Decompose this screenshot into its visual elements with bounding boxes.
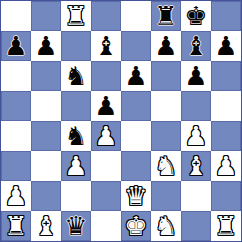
- square-g8[interactable]: ♚: [181, 1, 211, 31]
- square-g4[interactable]: ♟: [181, 121, 211, 151]
- square-b7[interactable]: ♟: [31, 31, 61, 61]
- square-h3[interactable]: ♟: [211, 151, 241, 181]
- square-f5[interactable]: [151, 91, 181, 121]
- square-e7[interactable]: [121, 31, 151, 61]
- square-b5[interactable]: [31, 91, 61, 121]
- piece-white-pawn[interactable]: ♟: [214, 151, 237, 181]
- square-a2[interactable]: ♟: [1, 181, 31, 211]
- square-d8[interactable]: [91, 1, 121, 31]
- piece-white-king[interactable]: ♚: [124, 211, 147, 241]
- piece-black-knight[interactable]: ♞: [64, 121, 87, 151]
- square-h5[interactable]: [211, 91, 241, 121]
- square-b4[interactable]: [31, 121, 61, 151]
- square-g5[interactable]: [181, 91, 211, 121]
- piece-white-pawn[interactable]: ♟: [94, 121, 117, 151]
- square-c4[interactable]: ♞: [61, 121, 91, 151]
- square-f4[interactable]: [151, 121, 181, 151]
- square-b6[interactable]: [31, 61, 61, 91]
- square-a3[interactable]: [1, 151, 31, 181]
- square-b8[interactable]: [31, 1, 61, 31]
- piece-white-pawn[interactable]: ♟: [4, 181, 27, 211]
- square-g2[interactable]: [181, 181, 211, 211]
- square-c2[interactable]: [61, 181, 91, 211]
- square-b1[interactable]: ♝: [31, 211, 61, 241]
- piece-black-pawn[interactable]: ♟: [154, 31, 177, 61]
- square-h6[interactable]: [211, 61, 241, 91]
- square-c3[interactable]: ♟: [61, 151, 91, 181]
- square-a8[interactable]: [1, 1, 31, 31]
- square-a6[interactable]: [1, 61, 31, 91]
- piece-white-pawn[interactable]: ♟: [184, 121, 207, 151]
- square-c8[interactable]: ♜: [61, 1, 91, 31]
- square-f1[interactable]: ♞: [151, 211, 181, 241]
- square-e3[interactable]: [121, 151, 151, 181]
- square-a1[interactable]: ♜: [1, 211, 31, 241]
- piece-white-rook[interactable]: ♜: [4, 211, 27, 241]
- piece-black-pawn[interactable]: ♟: [184, 61, 207, 91]
- piece-white-rook[interactable]: ♜: [214, 211, 237, 241]
- piece-white-knight[interactable]: ♞: [154, 211, 177, 241]
- piece-black-knight[interactable]: ♞: [64, 61, 87, 91]
- square-f6[interactable]: [151, 61, 181, 91]
- square-f7[interactable]: ♟: [151, 31, 181, 61]
- piece-black-pawn[interactable]: ♟: [34, 31, 57, 61]
- square-d2[interactable]: [91, 181, 121, 211]
- piece-white-bishop[interactable]: ♝: [184, 151, 207, 181]
- square-e4[interactable]: [121, 121, 151, 151]
- square-h1[interactable]: ♜: [211, 211, 241, 241]
- square-e1[interactable]: ♚: [121, 211, 151, 241]
- square-f3[interactable]: ♞: [151, 151, 181, 181]
- square-c7[interactable]: [61, 31, 91, 61]
- square-h4[interactable]: [211, 121, 241, 151]
- chess-board: ♜♜♚♟♟♝♟♝♟♞♟♟♟♞♟♟♟♞♝♟♟♛♜♝♛♚♞♜: [0, 0, 242, 242]
- square-a5[interactable]: [1, 91, 31, 121]
- piece-white-queen[interactable]: ♛: [124, 181, 147, 211]
- square-g6[interactable]: ♟: [181, 61, 211, 91]
- square-a4[interactable]: [1, 121, 31, 151]
- piece-black-pawn[interactable]: ♟: [4, 31, 27, 61]
- square-c5[interactable]: [61, 91, 91, 121]
- square-e6[interactable]: ♟: [121, 61, 151, 91]
- piece-black-pawn[interactable]: ♟: [94, 91, 117, 121]
- square-g3[interactable]: ♝: [181, 151, 211, 181]
- square-d1[interactable]: [91, 211, 121, 241]
- square-g7[interactable]: ♝: [181, 31, 211, 61]
- square-c1[interactable]: ♛: [61, 211, 91, 241]
- square-e5[interactable]: [121, 91, 151, 121]
- square-h8[interactable]: [211, 1, 241, 31]
- square-e2[interactable]: ♛: [121, 181, 151, 211]
- piece-black-queen[interactable]: ♛: [64, 211, 87, 241]
- square-d7[interactable]: ♝: [91, 31, 121, 61]
- square-f8[interactable]: ♜: [151, 1, 181, 31]
- square-h2[interactable]: [211, 181, 241, 211]
- square-a7[interactable]: ♟: [1, 31, 31, 61]
- piece-white-pawn[interactable]: ♟: [64, 151, 87, 181]
- square-d4[interactable]: ♟: [91, 121, 121, 151]
- square-d6[interactable]: [91, 61, 121, 91]
- square-g1[interactable]: [181, 211, 211, 241]
- piece-black-pawn[interactable]: ♟: [124, 61, 147, 91]
- square-c6[interactable]: ♞: [61, 61, 91, 91]
- square-d3[interactable]: [91, 151, 121, 181]
- piece-black-rook[interactable]: ♜: [154, 1, 177, 31]
- square-f2[interactable]: [151, 181, 181, 211]
- square-e8[interactable]: [121, 1, 151, 31]
- piece-black-king[interactable]: ♚: [184, 1, 207, 31]
- piece-black-bishop[interactable]: ♝: [94, 31, 117, 61]
- piece-white-bishop[interactable]: ♝: [34, 211, 57, 241]
- piece-black-pawn[interactable]: ♟: [214, 31, 237, 61]
- piece-black-bishop[interactable]: ♝: [184, 31, 207, 61]
- piece-white-knight[interactable]: ♞: [154, 151, 177, 181]
- square-h7[interactable]: ♟: [211, 31, 241, 61]
- square-d5[interactable]: ♟: [91, 91, 121, 121]
- square-b3[interactable]: [31, 151, 61, 181]
- piece-white-rook[interactable]: ♜: [64, 1, 87, 31]
- square-b2[interactable]: [31, 181, 61, 211]
